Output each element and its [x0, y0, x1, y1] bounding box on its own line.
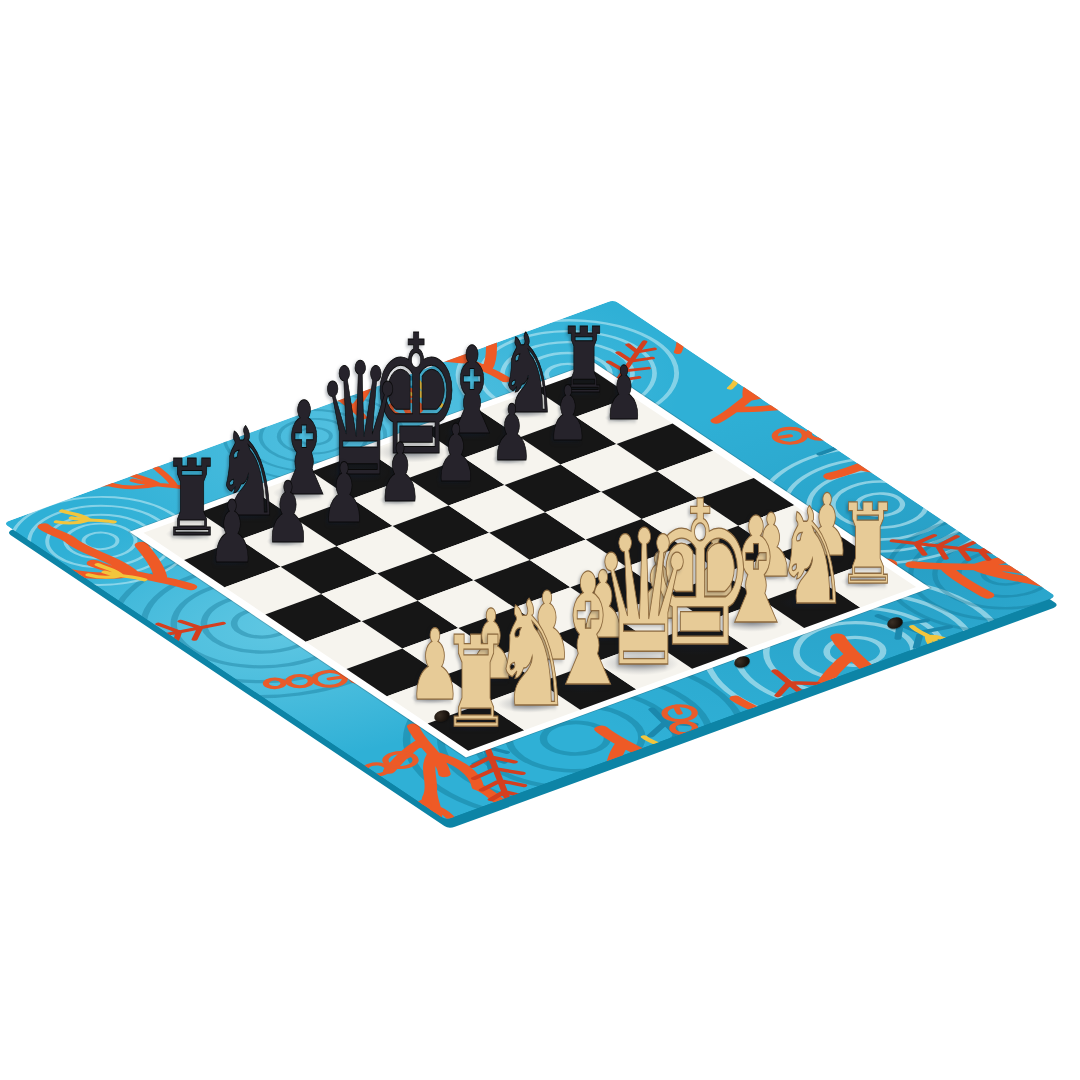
chess-photo-scene: ♜♞♝♛♚♝♞♜♟♟♟♟♟♟♟♟♟♟♟♟♟♟♟♟♜♞♝♛♚♝♞♜: [0, 0, 1080, 1080]
game-mat: [3, 300, 1057, 820]
board-margin: [129, 362, 930, 757]
